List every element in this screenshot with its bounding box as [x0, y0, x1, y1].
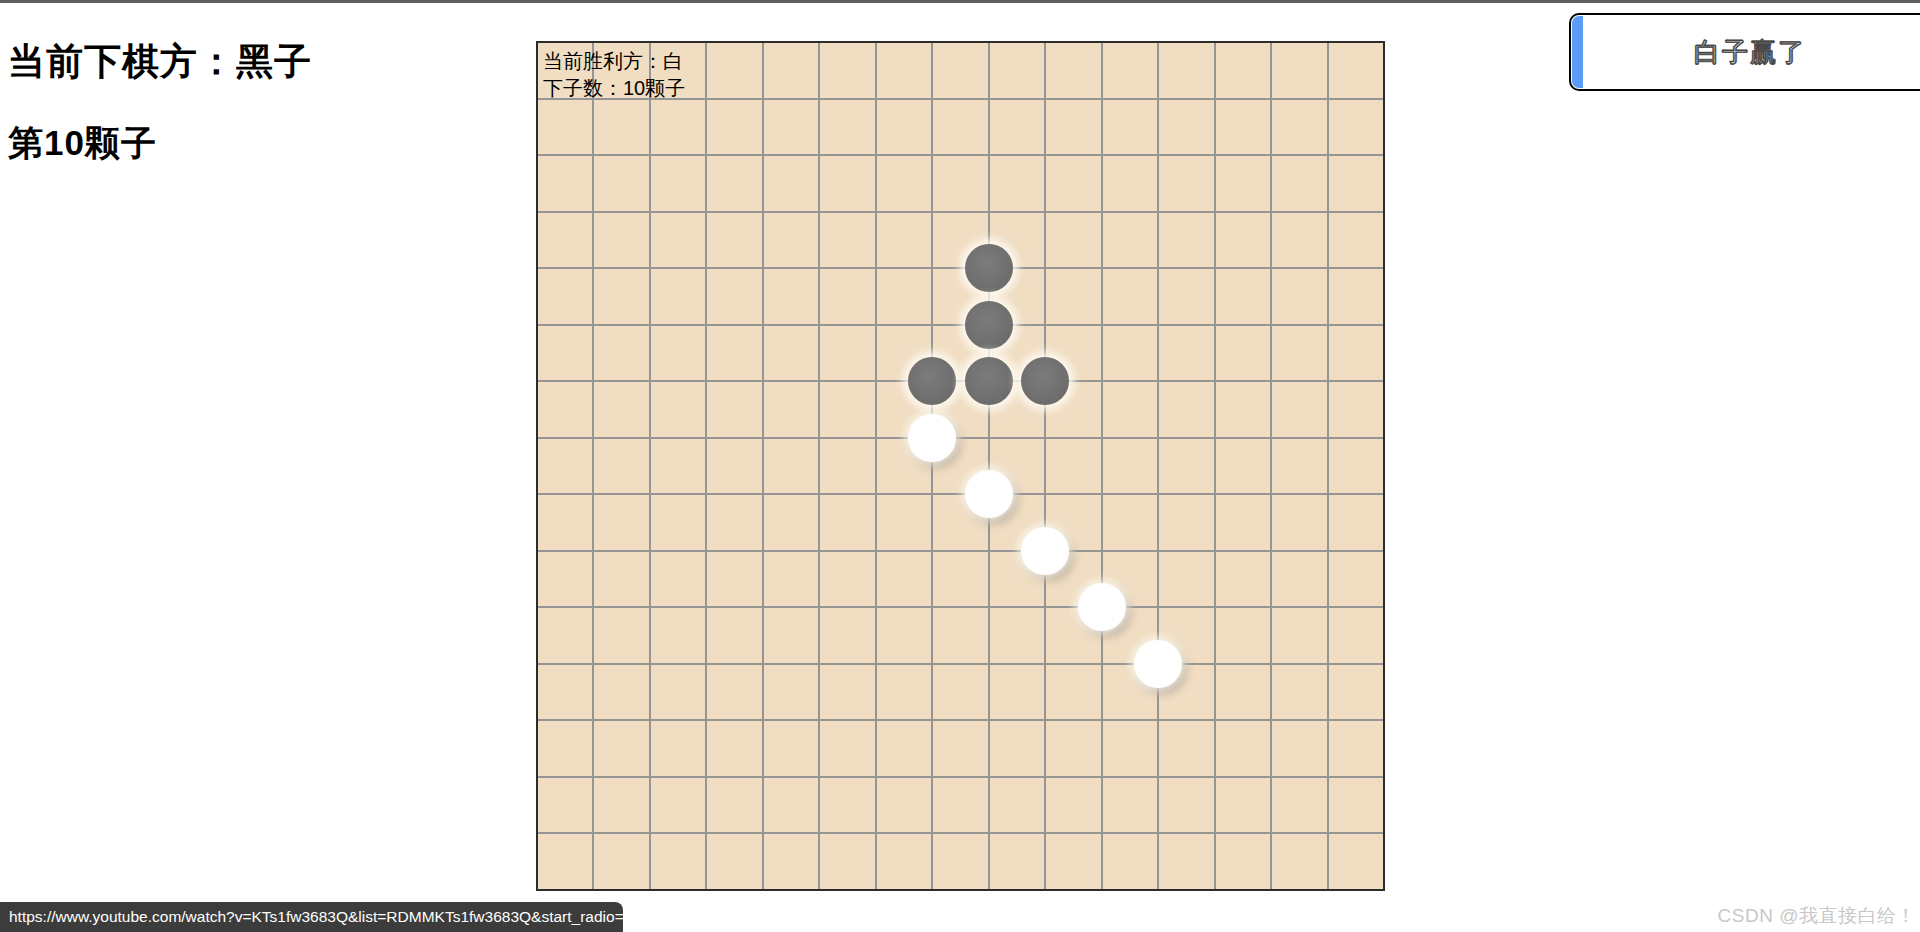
board-cell[interactable] — [538, 665, 592, 720]
board-cell[interactable] — [990, 495, 1044, 550]
board-cell[interactable] — [594, 552, 648, 607]
board-cell[interactable] — [1103, 439, 1157, 494]
board-cell[interactable] — [933, 721, 987, 776]
board-cell[interactable] — [1216, 778, 1270, 833]
board-cell[interactable] — [933, 834, 987, 889]
board-cell[interactable] — [877, 156, 931, 211]
move-number-heading: 第10颗子 — [8, 124, 157, 163]
gomoku-board[interactable]: 当前胜利方：白 下子数：10颗子 — [536, 41, 1385, 891]
board-cell[interactable] — [1329, 100, 1383, 155]
board-cell[interactable] — [877, 552, 931, 607]
board-cell[interactable] — [1272, 721, 1326, 776]
board-cell[interactable] — [707, 495, 761, 550]
board-cell[interactable] — [707, 382, 761, 437]
board-cell[interactable] — [594, 382, 648, 437]
board-cell[interactable] — [933, 552, 987, 607]
board-cell[interactable] — [594, 495, 648, 550]
board-cell[interactable] — [877, 665, 931, 720]
board-cell[interactable] — [707, 778, 761, 833]
board-cell[interactable] — [1216, 382, 1270, 437]
board-cell[interactable] — [933, 608, 987, 663]
board-cell[interactable] — [538, 156, 592, 211]
board-cell[interactable] — [707, 213, 761, 268]
board-cell[interactable] — [1216, 156, 1270, 211]
board-cell[interactable] — [990, 326, 1044, 381]
board-cell[interactable] — [1272, 382, 1326, 437]
board-cell[interactable] — [933, 326, 987, 381]
board-cell[interactable] — [820, 382, 874, 437]
board-cell[interactable] — [594, 721, 648, 776]
board-cell[interactable] — [1046, 382, 1100, 437]
board-cell[interactable] — [1046, 778, 1100, 833]
board-cell[interactable] — [594, 665, 648, 720]
board-cell[interactable] — [1272, 495, 1326, 550]
board-cell[interactable] — [1272, 608, 1326, 663]
winner-status-text: 当前胜利方：白 — [543, 48, 685, 75]
board-cell[interactable] — [594, 100, 648, 155]
board-cell[interactable] — [933, 213, 987, 268]
board-cell[interactable] — [1329, 269, 1383, 324]
board-cell[interactable] — [933, 382, 987, 437]
board-cell[interactable] — [877, 100, 931, 155]
board-cell[interactable] — [764, 721, 818, 776]
board-cell[interactable] — [1216, 326, 1270, 381]
board-cell[interactable] — [651, 439, 705, 494]
board-cell[interactable] — [877, 213, 931, 268]
board-cell[interactable] — [1216, 665, 1270, 720]
board-cell[interactable] — [538, 269, 592, 324]
board-cell[interactable] — [1216, 439, 1270, 494]
board-cell[interactable] — [594, 213, 648, 268]
link-status-bar: https://www.youtube.com/watch?v=KTs1fw36… — [0, 902, 623, 932]
board-cell[interactable] — [1103, 778, 1157, 833]
board-cell[interactable] — [1103, 552, 1157, 607]
board-cell[interactable] — [1329, 778, 1383, 833]
board-cell[interactable] — [707, 156, 761, 211]
board-cell[interactable] — [1159, 721, 1213, 776]
board-grid[interactable] — [538, 43, 1383, 889]
board-cell[interactable] — [1272, 439, 1326, 494]
board-info: 当前胜利方：白 下子数：10颗子 — [543, 48, 685, 102]
board-cell[interactable] — [1046, 100, 1100, 155]
board-cell[interactable] — [594, 156, 648, 211]
board-cell[interactable] — [1103, 326, 1157, 381]
board-cell[interactable] — [1159, 269, 1213, 324]
board-cell[interactable] — [877, 326, 931, 381]
board-cell[interactable] — [933, 43, 987, 98]
board-cell[interactable] — [1159, 213, 1213, 268]
board-cell[interactable] — [1329, 326, 1383, 381]
board-cell[interactable] — [990, 156, 1044, 211]
board-cell[interactable] — [651, 213, 705, 268]
board-cell[interactable] — [820, 552, 874, 607]
board-cell[interactable] — [538, 721, 592, 776]
board-cell[interactable] — [1046, 439, 1100, 494]
board-cell[interactable] — [820, 608, 874, 663]
board-cell[interactable] — [538, 326, 592, 381]
board-cell[interactable] — [651, 156, 705, 211]
winner-dialog-label: 白子赢了 — [1694, 35, 1806, 70]
move-count-text: 下子数：10颗子 — [543, 75, 685, 102]
board-cell[interactable] — [820, 834, 874, 889]
board-cell[interactable] — [1046, 269, 1100, 324]
board-cell[interactable] — [1103, 608, 1157, 663]
board-cell[interactable] — [707, 608, 761, 663]
board-cell[interactable] — [594, 439, 648, 494]
board-cell[interactable] — [1329, 495, 1383, 550]
watermark-text: CSDN @我直接白给！ — [1718, 903, 1916, 929]
board-cell[interactable] — [707, 326, 761, 381]
board-cell[interactable] — [990, 552, 1044, 607]
board-cell[interactable] — [1272, 43, 1326, 98]
board-cell[interactable] — [820, 721, 874, 776]
board-cell[interactable] — [1272, 100, 1326, 155]
board-cell[interactable] — [990, 834, 1044, 889]
board-cell[interactable] — [1159, 552, 1213, 607]
board-cell[interactable] — [820, 439, 874, 494]
board-cell[interactable] — [877, 269, 931, 324]
board-cell[interactable] — [1046, 326, 1100, 381]
board-cell[interactable] — [1046, 156, 1100, 211]
board-cell[interactable] — [820, 156, 874, 211]
board-cell[interactable] — [651, 665, 705, 720]
board-cell[interactable] — [594, 778, 648, 833]
board-cell[interactable] — [1103, 156, 1157, 211]
board-cell[interactable] — [651, 495, 705, 550]
board-cell[interactable] — [1216, 100, 1270, 155]
board-cell[interactable] — [1103, 382, 1157, 437]
board-cell[interactable] — [1103, 213, 1157, 268]
board-cell[interactable] — [1159, 834, 1213, 889]
board-cell[interactable] — [990, 665, 1044, 720]
board-cell[interactable] — [651, 834, 705, 889]
board-cell[interactable] — [764, 552, 818, 607]
board-cell[interactable] — [933, 665, 987, 720]
board-cell[interactable] — [877, 439, 931, 494]
board-cell[interactable] — [877, 778, 931, 833]
board-cell[interactable] — [1046, 721, 1100, 776]
board-cell[interactable] — [764, 100, 818, 155]
board-cell[interactable] — [877, 834, 931, 889]
board-cell[interactable] — [933, 100, 987, 155]
board-cell[interactable] — [594, 326, 648, 381]
board-cell[interactable] — [990, 43, 1044, 98]
board-cell[interactable] — [538, 439, 592, 494]
board-cell[interactable] — [764, 834, 818, 889]
board-cell[interactable] — [538, 100, 592, 155]
board-cell[interactable] — [1272, 552, 1326, 607]
dialog-accent-bar — [1572, 16, 1583, 88]
board-cell[interactable] — [820, 100, 874, 155]
board-cell[interactable] — [651, 608, 705, 663]
board-cell[interactable] — [1272, 665, 1326, 720]
board-cell[interactable] — [1329, 665, 1383, 720]
board-cell[interactable] — [1272, 834, 1326, 889]
board-cell[interactable] — [1329, 382, 1383, 437]
board-cell[interactable] — [877, 382, 931, 437]
board-cell[interactable] — [820, 213, 874, 268]
board-cell[interactable] — [1046, 552, 1100, 607]
board-cell[interactable] — [707, 552, 761, 607]
board-cell[interactable] — [764, 213, 818, 268]
board-cell[interactable] — [933, 439, 987, 494]
board-cell[interactable] — [538, 495, 592, 550]
board-cell[interactable] — [1103, 834, 1157, 889]
board-cell[interactable] — [820, 269, 874, 324]
board-cell[interactable] — [1159, 382, 1213, 437]
board-cell[interactable] — [1216, 213, 1270, 268]
board-cell[interactable] — [1329, 721, 1383, 776]
board-cell[interactable] — [820, 665, 874, 720]
board-cell[interactable] — [1216, 269, 1270, 324]
board-cell[interactable] — [764, 665, 818, 720]
board-cell[interactable] — [990, 100, 1044, 155]
board-cell[interactable] — [1329, 439, 1383, 494]
board-cell[interactable] — [651, 552, 705, 607]
board-cell[interactable] — [1329, 43, 1383, 98]
board-cell[interactable] — [1103, 721, 1157, 776]
board-cell[interactable] — [764, 495, 818, 550]
board-cell[interactable] — [1046, 665, 1100, 720]
board-cell[interactable] — [651, 326, 705, 381]
board-cell[interactable] — [1272, 156, 1326, 211]
board-cell[interactable] — [707, 269, 761, 324]
board-cell[interactable] — [820, 326, 874, 381]
board-cell[interactable] — [1159, 608, 1213, 663]
board-cell[interactable] — [990, 382, 1044, 437]
board-cell[interactable] — [594, 269, 648, 324]
board-cell[interactable] — [877, 495, 931, 550]
board-cell[interactable] — [1329, 552, 1383, 607]
board-cell[interactable] — [1272, 213, 1326, 268]
board-cell[interactable] — [1046, 834, 1100, 889]
board-cell[interactable] — [1329, 834, 1383, 889]
board-cell[interactable] — [877, 608, 931, 663]
board-cell[interactable] — [538, 834, 592, 889]
board-cell[interactable] — [1159, 43, 1213, 98]
board-cell[interactable] — [1046, 43, 1100, 98]
board-cell[interactable] — [1159, 495, 1213, 550]
board-cell[interactable] — [764, 156, 818, 211]
board-cell[interactable] — [933, 495, 987, 550]
board-cell[interactable] — [1329, 608, 1383, 663]
board-cell[interactable] — [594, 608, 648, 663]
board-cell[interactable] — [1216, 608, 1270, 663]
board-cell[interactable] — [1159, 665, 1213, 720]
board-cell[interactable] — [764, 778, 818, 833]
board-cell[interactable] — [990, 721, 1044, 776]
board-cell[interactable] — [651, 778, 705, 833]
board-cell[interactable] — [1329, 213, 1383, 268]
board-cell[interactable] — [1216, 43, 1270, 98]
board-cell[interactable] — [820, 43, 874, 98]
board-cell[interactable] — [764, 326, 818, 381]
board-cell[interactable] — [1103, 495, 1157, 550]
board-cell[interactable] — [764, 43, 818, 98]
board-cell[interactable] — [764, 269, 818, 324]
board-cell[interactable] — [990, 269, 1044, 324]
board-cell[interactable] — [1216, 552, 1270, 607]
board-cell[interactable] — [1329, 156, 1383, 211]
board-cell[interactable] — [933, 778, 987, 833]
board-cell[interactable] — [1159, 100, 1213, 155]
board-cell[interactable] — [1159, 326, 1213, 381]
board-cell[interactable] — [707, 43, 761, 98]
board-cell[interactable] — [877, 43, 931, 98]
board-cell[interactable] — [1272, 778, 1326, 833]
board-cell[interactable] — [538, 608, 592, 663]
board-cell[interactable] — [820, 495, 874, 550]
board-cell[interactable] — [707, 439, 761, 494]
board-cell[interactable] — [1216, 834, 1270, 889]
board-cell[interactable] — [1103, 43, 1157, 98]
board-cell[interactable] — [1159, 778, 1213, 833]
winner-dialog-button[interactable]: 白子赢了 — [1569, 13, 1920, 91]
board-cell[interactable] — [651, 382, 705, 437]
current-player-heading: 当前下棋方：黑子 — [8, 42, 312, 83]
board-cell[interactable] — [1046, 213, 1100, 268]
board-cell[interactable] — [764, 439, 818, 494]
board-cell[interactable] — [1046, 608, 1100, 663]
board-cell[interactable] — [1216, 495, 1270, 550]
board-cell[interactable] — [651, 100, 705, 155]
board-cell[interactable] — [707, 721, 761, 776]
top-divider — [0, 0, 1920, 3]
board-cell[interactable] — [594, 834, 648, 889]
board-cell[interactable] — [990, 778, 1044, 833]
board-cell[interactable] — [1103, 100, 1157, 155]
board-cell[interactable] — [1216, 721, 1270, 776]
board-cell[interactable] — [990, 439, 1044, 494]
board-cell[interactable] — [1103, 269, 1157, 324]
board-cell[interactable] — [538, 552, 592, 607]
board-cell[interactable] — [651, 721, 705, 776]
board-cell[interactable] — [707, 100, 761, 155]
board-cell[interactable] — [990, 213, 1044, 268]
board-cell[interactable] — [990, 608, 1044, 663]
board-cell[interactable] — [877, 721, 931, 776]
board-cell[interactable] — [651, 269, 705, 324]
board-cell[interactable] — [1159, 156, 1213, 211]
board-cell[interactable] — [1272, 326, 1326, 381]
board-cell[interactable] — [933, 269, 987, 324]
board-cell[interactable] — [1159, 439, 1213, 494]
board-cell[interactable] — [933, 156, 987, 211]
board-cell[interactable] — [764, 382, 818, 437]
board-cell[interactable] — [538, 778, 592, 833]
board-cell[interactable] — [1103, 665, 1157, 720]
board-cell[interactable] — [707, 665, 761, 720]
board-cell[interactable] — [538, 382, 592, 437]
board-cell[interactable] — [1046, 495, 1100, 550]
board-cell[interactable] — [707, 834, 761, 889]
board-cell[interactable] — [820, 778, 874, 833]
board-cell[interactable] — [1272, 269, 1326, 324]
board-cell[interactable] — [538, 213, 592, 268]
board-cell[interactable] — [764, 608, 818, 663]
